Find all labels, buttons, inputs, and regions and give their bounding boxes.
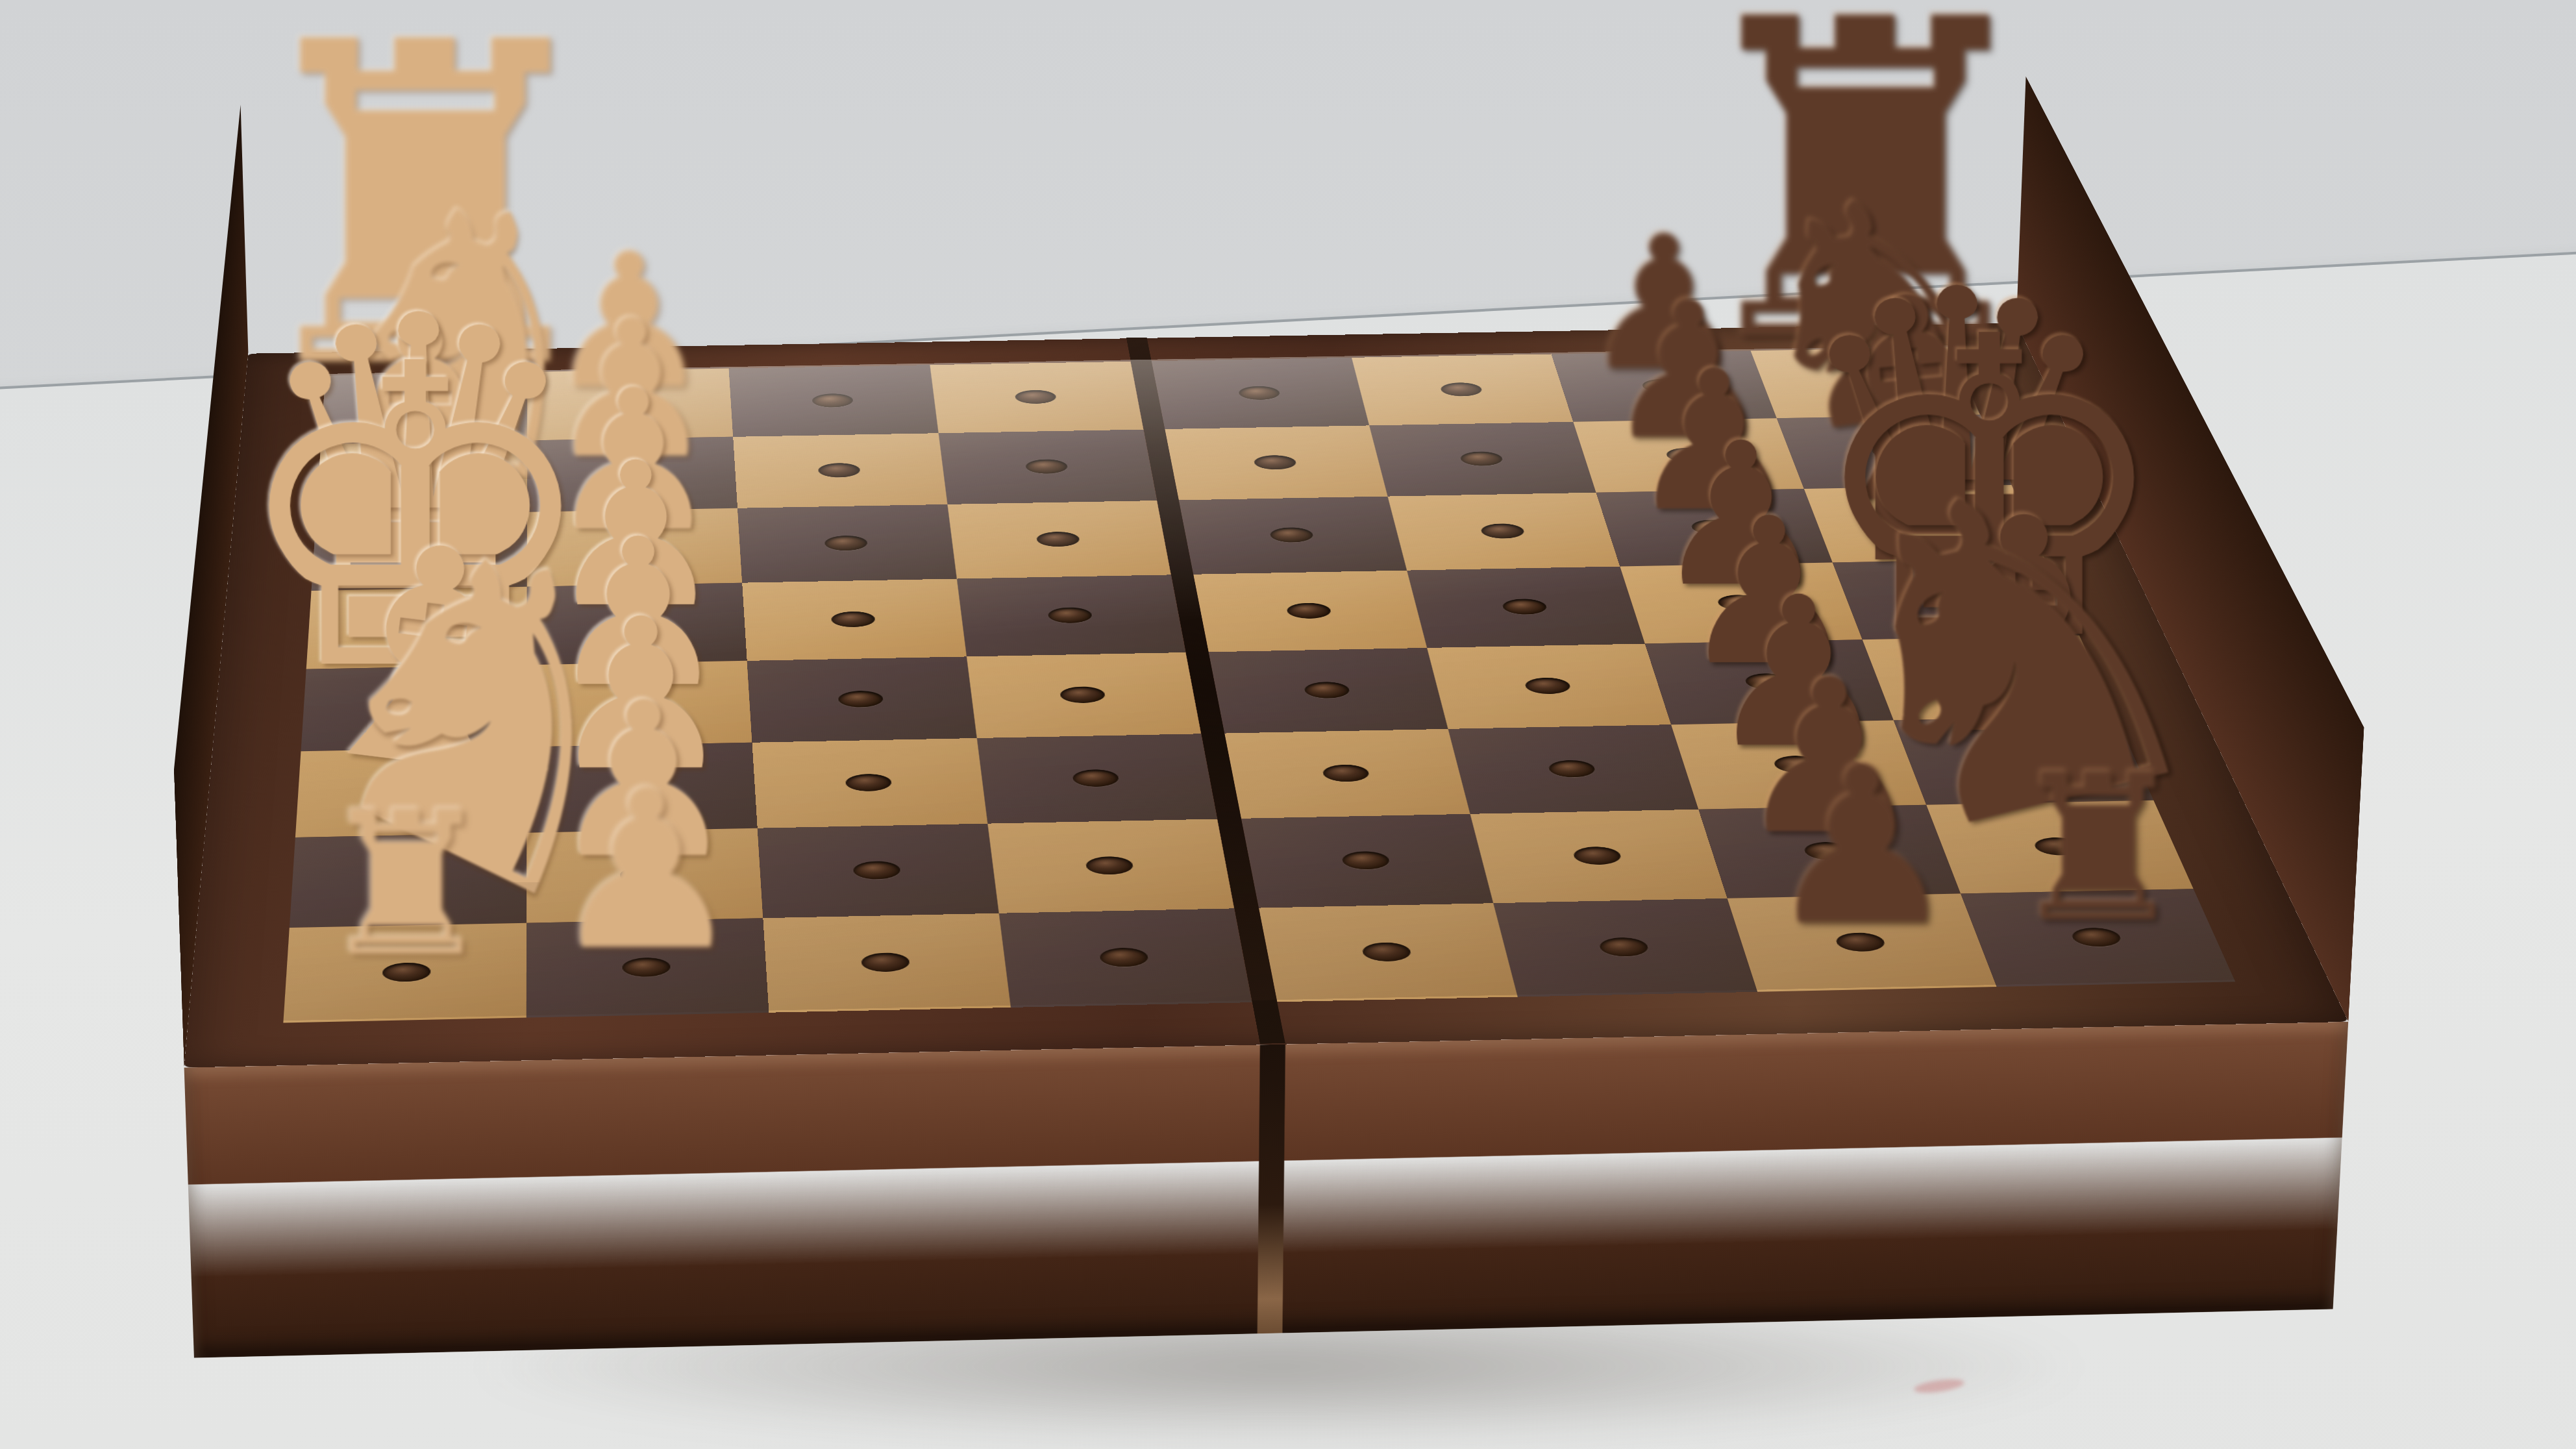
square-b4[interactable] [939, 430, 1157, 504]
square-c4[interactable] [947, 501, 1170, 578]
square-f5[interactable] [1224, 729, 1470, 819]
photo-stage: ♜♟♟♜♞♟♟♞♝♟♟♝♛♟♟♛♚♟♟♚♝♟♟♝♞♟♟♞♜♟♟♜ [0, 0, 2576, 1449]
square-h1[interactable]: ♜ [283, 923, 526, 1023]
square-h4[interactable] [999, 908, 1252, 1008]
square-d4[interactable] [957, 575, 1186, 656]
square-c5[interactable] [1179, 497, 1407, 575]
square-g5[interactable] [1241, 814, 1493, 908]
square-e5[interactable] [1209, 648, 1448, 734]
board-box-front-face [184, 1022, 2349, 1358]
square-a4[interactable] [930, 362, 1143, 433]
perspective-scene: ♜♟♟♜♞♟♟♞♝♟♟♝♛♟♟♛♚♟♟♚♝♟♟♝♞♟♟♞♜♟♟♜ [0, 0, 2576, 1449]
square-b5[interactable] [1165, 425, 1387, 500]
square-a5[interactable] [1152, 358, 1369, 429]
piece-black-pawn-h7[interactable]: ♟ [1541, 747, 2183, 947]
square-h5[interactable] [1259, 903, 1518, 1002]
square-e4[interactable] [967, 652, 1201, 738]
square-f4[interactable] [977, 734, 1217, 823]
travel-chess-board: ♜♟♟♜♞♟♟♞♝♟♟♝♛♟♟♛♚♟♟♚♝♟♟♝♞♟♟♞♜♟♟♜ [184, 323, 2349, 1068]
square-g4[interactable] [987, 819, 1234, 913]
square-d5[interactable] [1193, 571, 1427, 652]
square-h7[interactable]: ♟ [1728, 893, 1997, 991]
